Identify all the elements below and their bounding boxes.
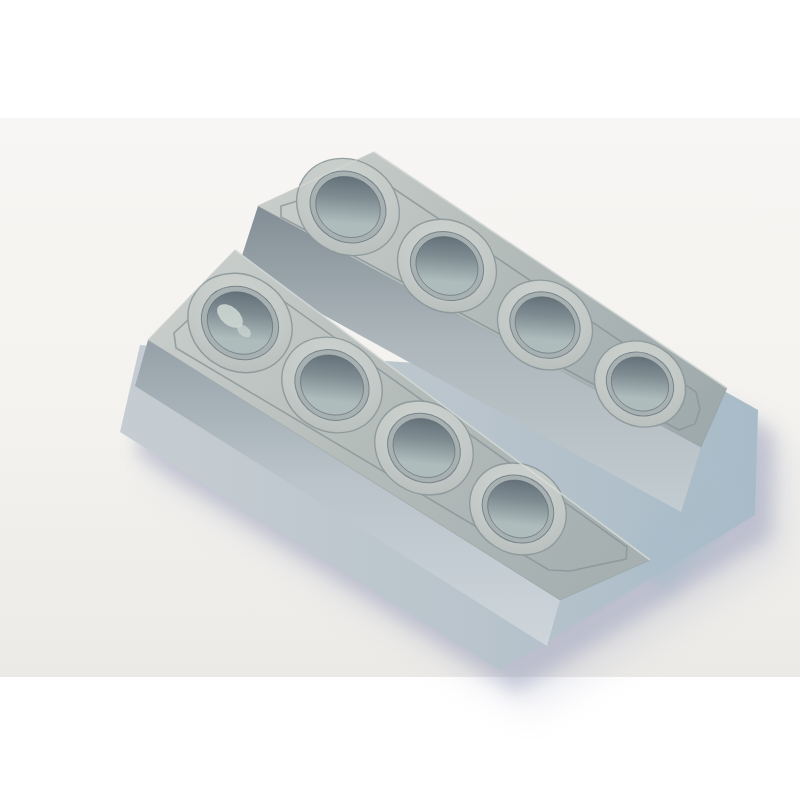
photo-page — [0, 0, 800, 800]
product-photo — [0, 0, 800, 800]
